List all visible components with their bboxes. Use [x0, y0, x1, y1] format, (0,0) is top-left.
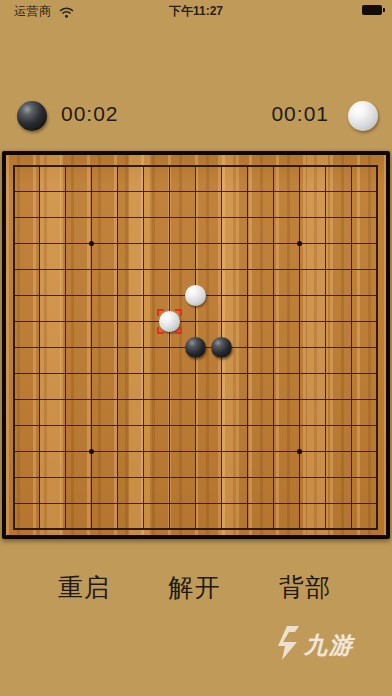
grid-line-vertical	[325, 166, 326, 529]
star-point	[297, 241, 302, 246]
star-point	[297, 449, 302, 454]
restart-button[interactable]: 重启	[58, 571, 110, 604]
gomoku-board[interactable]	[2, 151, 390, 539]
timer-row: 00:02 00:01	[0, 98, 392, 134]
grid-line-horizontal	[14, 373, 377, 374]
battery-icon	[362, 5, 382, 15]
grid-line-horizontal	[14, 399, 377, 400]
9game-logo-text: 九游	[304, 630, 354, 661]
black-timer: 00:02	[61, 102, 119, 126]
grid-line-vertical	[273, 166, 274, 529]
black-stone	[185, 337, 206, 358]
bottom-menu: 重启 解开 背部	[0, 570, 392, 604]
board-intersections[interactable]	[14, 166, 377, 529]
white-timer: 00:01	[271, 102, 329, 126]
white-player-stone-icon	[348, 101, 378, 131]
9game-logo-icon	[275, 626, 300, 664]
9game-watermark: 九游	[275, 626, 354, 664]
grid-line-horizontal	[14, 451, 377, 452]
grid-line-vertical	[351, 166, 352, 529]
undo-button[interactable]: 解开	[169, 571, 221, 604]
grid-line-vertical	[299, 166, 300, 529]
star-point	[89, 449, 94, 454]
grid-line-horizontal	[14, 425, 377, 426]
status-bar: 运营商 下午11:27	[0, 0, 392, 20]
game-screen: 运营商 下午11:27 00:02 00:01 重启 解开 背部	[0, 0, 392, 696]
star-point	[89, 241, 94, 246]
grid-line-horizontal	[14, 477, 377, 478]
grid-line-horizontal	[14, 503, 377, 504]
back-button[interactable]: 背部	[279, 571, 331, 604]
white-stone	[185, 285, 206, 306]
black-player-stone-icon	[17, 101, 47, 131]
last-move-marker	[157, 309, 182, 334]
black-stone	[211, 337, 232, 358]
grid-line-vertical	[247, 166, 248, 529]
status-time: 下午11:27	[0, 3, 392, 20]
